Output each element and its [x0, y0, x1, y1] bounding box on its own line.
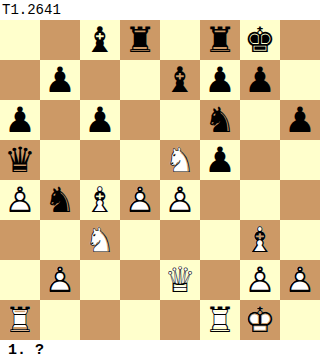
square-a3[interactable] [0, 220, 40, 260]
square-e6[interactable] [160, 100, 200, 140]
square-d6[interactable] [120, 100, 160, 140]
square-c6[interactable]: ♟ [80, 100, 120, 140]
square-b6[interactable] [40, 100, 80, 140]
square-f2[interactable] [200, 260, 240, 300]
black-queen-piece: ♛ [0, 140, 40, 180]
black-king-piece: ♚ [240, 20, 280, 60]
chess-puzzle-window: T1.2641 ♝♜♜♚♟♝♟♟♟♟♞♟♛♞♘♟♟♙♞♝♗♟♙♟♙♞♘♝♗♟♙♛… [0, 0, 320, 360]
white-knight-piece: ♘ [80, 220, 120, 260]
square-h7[interactable] [280, 60, 320, 100]
square-b5[interactable] [40, 140, 80, 180]
white-knight-piece-fill: ♞ [80, 220, 120, 260]
square-e1[interactable] [160, 300, 200, 340]
square-g5[interactable] [240, 140, 280, 180]
square-e3[interactable] [160, 220, 200, 260]
square-e2[interactable]: ♛♕ [160, 260, 200, 300]
black-rook-piece: ♜ [200, 20, 240, 60]
square-a6[interactable]: ♟ [0, 100, 40, 140]
square-a5[interactable]: ♛ [0, 140, 40, 180]
white-pawn-piece-fill: ♟ [160, 180, 200, 220]
black-pawn-piece: ♟ [200, 60, 240, 100]
square-h4[interactable] [280, 180, 320, 220]
square-e5[interactable]: ♞♘ [160, 140, 200, 180]
white-pawn-piece: ♙ [240, 260, 280, 300]
square-d2[interactable] [120, 260, 160, 300]
white-rook-piece-fill: ♜ [200, 300, 240, 340]
white-pawn-piece-fill: ♟ [240, 260, 280, 300]
square-f6[interactable]: ♞ [200, 100, 240, 140]
square-g3[interactable]: ♝♗ [240, 220, 280, 260]
white-king-piece: ♔ [240, 300, 280, 340]
black-bishop-piece: ♝ [80, 20, 120, 60]
white-bishop-piece: ♗ [240, 220, 280, 260]
white-rook-piece: ♖ [200, 300, 240, 340]
square-b4[interactable]: ♞ [40, 180, 80, 220]
white-bishop-piece-fill: ♝ [240, 220, 280, 260]
square-h1[interactable] [280, 300, 320, 340]
white-rook-piece: ♖ [0, 300, 40, 340]
square-h3[interactable] [280, 220, 320, 260]
square-h2[interactable]: ♟♙ [280, 260, 320, 300]
square-a7[interactable] [0, 60, 40, 100]
square-e4[interactable]: ♟♙ [160, 180, 200, 220]
square-c2[interactable] [80, 260, 120, 300]
square-g2[interactable]: ♟♙ [240, 260, 280, 300]
square-b7[interactable]: ♟ [40, 60, 80, 100]
white-pawn-piece: ♙ [160, 180, 200, 220]
square-e7[interactable]: ♝ [160, 60, 200, 100]
square-e8[interactable] [160, 20, 200, 60]
square-f8[interactable]: ♜ [200, 20, 240, 60]
white-queen-piece: ♕ [160, 260, 200, 300]
square-d7[interactable] [120, 60, 160, 100]
black-knight-piece: ♞ [40, 180, 80, 220]
black-pawn-piece: ♟ [280, 100, 320, 140]
square-a2[interactable] [0, 260, 40, 300]
white-bishop-piece: ♗ [80, 180, 120, 220]
white-knight-piece: ♘ [160, 140, 200, 180]
black-pawn-piece: ♟ [240, 60, 280, 100]
square-b1[interactable] [40, 300, 80, 340]
square-c4[interactable]: ♝♗ [80, 180, 120, 220]
black-pawn-piece: ♟ [0, 100, 40, 140]
square-b2[interactable]: ♟♙ [40, 260, 80, 300]
square-a1[interactable]: ♜♖ [0, 300, 40, 340]
square-c7[interactable] [80, 60, 120, 100]
white-pawn-piece-fill: ♟ [280, 260, 320, 300]
square-h6[interactable]: ♟ [280, 100, 320, 140]
black-rook-piece: ♜ [120, 20, 160, 60]
square-c8[interactable]: ♝ [80, 20, 120, 60]
white-bishop-piece-fill: ♝ [80, 180, 120, 220]
chess-board: ♝♜♜♚♟♝♟♟♟♟♞♟♛♞♘♟♟♙♞♝♗♟♙♟♙♞♘♝♗♟♙♛♕♟♙♟♙♜♖♜… [0, 20, 320, 340]
white-knight-piece-fill: ♞ [160, 140, 200, 180]
square-d1[interactable] [120, 300, 160, 340]
square-d8[interactable]: ♜ [120, 20, 160, 60]
square-b3[interactable] [40, 220, 80, 260]
square-c5[interactable] [80, 140, 120, 180]
square-g8[interactable]: ♚ [240, 20, 280, 60]
square-g4[interactable] [240, 180, 280, 220]
white-rook-piece-fill: ♜ [0, 300, 40, 340]
white-pawn-piece: ♙ [40, 260, 80, 300]
square-h5[interactable] [280, 140, 320, 180]
white-pawn-piece: ♙ [120, 180, 160, 220]
square-d5[interactable] [120, 140, 160, 180]
square-f4[interactable] [200, 180, 240, 220]
square-d3[interactable] [120, 220, 160, 260]
white-pawn-piece: ♙ [0, 180, 40, 220]
square-a8[interactable] [0, 20, 40, 60]
square-f7[interactable]: ♟ [200, 60, 240, 100]
square-c3[interactable]: ♞♘ [80, 220, 120, 260]
white-pawn-piece-fill: ♟ [120, 180, 160, 220]
square-g7[interactable]: ♟ [240, 60, 280, 100]
white-pawn-piece-fill: ♟ [40, 260, 80, 300]
square-h8[interactable] [280, 20, 320, 60]
square-c1[interactable] [80, 300, 120, 340]
white-king-piece-fill: ♚ [240, 300, 280, 340]
square-g1[interactable]: ♚♔ [240, 300, 280, 340]
black-pawn-piece: ♟ [80, 100, 120, 140]
white-pawn-piece-fill: ♟ [0, 180, 40, 220]
white-pawn-piece: ♙ [280, 260, 320, 300]
puzzle-id-label: T1.2641 [0, 0, 320, 20]
square-f1[interactable]: ♜♖ [200, 300, 240, 340]
square-f3[interactable] [200, 220, 240, 260]
square-f5[interactable]: ♟ [200, 140, 240, 180]
black-knight-piece: ♞ [200, 100, 240, 140]
black-bishop-piece: ♝ [160, 60, 200, 100]
square-b8[interactable] [40, 20, 80, 60]
move-prompt-label: 1. ? [0, 340, 320, 360]
white-queen-piece-fill: ♛ [160, 260, 200, 300]
square-g6[interactable] [240, 100, 280, 140]
black-pawn-piece: ♟ [40, 60, 80, 100]
square-d4[interactable]: ♟♙ [120, 180, 160, 220]
square-a4[interactable]: ♟♙ [0, 180, 40, 220]
black-pawn-piece: ♟ [200, 140, 240, 180]
